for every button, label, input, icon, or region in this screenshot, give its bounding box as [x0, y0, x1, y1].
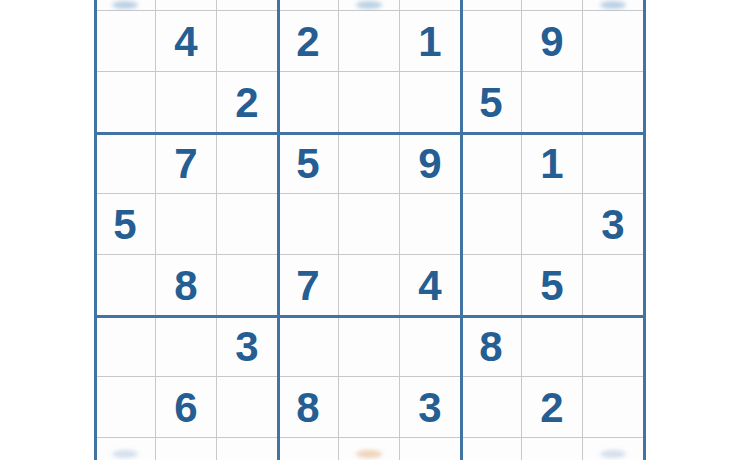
cell-r7c5[interactable]	[339, 316, 400, 377]
cell-r7c9[interactable]	[583, 316, 644, 377]
given-digit: 5	[540, 265, 563, 307]
box-border-hline	[95, 315, 644, 318]
cell-r1c6[interactable]	[400, 0, 461, 11]
cell-r8c5[interactable]	[339, 377, 400, 438]
cell-r9c6[interactable]	[400, 438, 461, 460]
given-digit: 5	[296, 143, 319, 185]
box-border-vline	[643, 0, 646, 460]
cell-r7c7[interactable]: 8	[461, 316, 522, 377]
cut-off-digit-fragment	[600, 1, 626, 9]
cell-r4c8[interactable]: 1	[522, 133, 583, 194]
cell-r8c6[interactable]: 3	[400, 377, 461, 438]
cell-r5c7[interactable]	[461, 194, 522, 255]
cut-off-digit-fragment	[112, 1, 138, 9]
cell-r3c6[interactable]	[400, 72, 461, 133]
cell-r9c3[interactable]	[217, 438, 278, 460]
cell-r8c1[interactable]	[95, 377, 156, 438]
cell-r5c1[interactable]: 5	[95, 194, 156, 255]
cell-r5c9[interactable]: 3	[583, 194, 644, 255]
cell-r1c3[interactable]	[217, 0, 278, 11]
cell-r6c3[interactable]	[217, 255, 278, 316]
cell-r7c6[interactable]	[400, 316, 461, 377]
given-digit: 7	[296, 265, 319, 307]
given-digit: 8	[296, 387, 319, 429]
cell-r4c1[interactable]	[95, 133, 156, 194]
cell-r6c1[interactable]	[95, 255, 156, 316]
given-digit: 3	[418, 387, 441, 429]
cell-r1c8[interactable]	[522, 0, 583, 11]
cell-r9c9[interactable]	[583, 438, 644, 460]
sudoku-board: 4219257591538745386832	[95, 0, 644, 460]
cell-r3c8[interactable]	[522, 72, 583, 133]
cell-r9c1[interactable]	[95, 438, 156, 460]
cell-r7c3[interactable]: 3	[217, 316, 278, 377]
box-border-vline	[277, 0, 280, 460]
given-digit: 2	[235, 82, 258, 124]
cut-off-digit-fragment	[600, 450, 626, 458]
cell-r3c1[interactable]	[95, 72, 156, 133]
given-digit: 9	[540, 21, 563, 63]
cell-r6c5[interactable]	[339, 255, 400, 316]
given-digit: 5	[113, 204, 136, 246]
cell-r8c4[interactable]: 8	[278, 377, 339, 438]
cell-r3c2[interactable]	[156, 72, 217, 133]
given-digit: 5	[479, 82, 502, 124]
cut-off-digit-fragment	[356, 450, 382, 458]
cell-r8c7[interactable]	[461, 377, 522, 438]
cell-r6c9[interactable]	[583, 255, 644, 316]
cell-r8c2[interactable]: 6	[156, 377, 217, 438]
sudoku-screen: 4219257591538745386832	[0, 0, 736, 460]
given-digit: 8	[174, 265, 197, 307]
box-border-vline	[94, 0, 97, 460]
cell-r3c7[interactable]: 5	[461, 72, 522, 133]
given-digit: 8	[479, 326, 502, 368]
cell-r6c8[interactable]: 5	[522, 255, 583, 316]
cell-r1c7[interactable]	[461, 0, 522, 11]
given-digit: 4	[174, 21, 197, 63]
cell-r7c2[interactable]	[156, 316, 217, 377]
cell-r8c9[interactable]	[583, 377, 644, 438]
cell-r6c2[interactable]: 8	[156, 255, 217, 316]
cell-r9c2[interactable]	[156, 438, 217, 460]
cell-r4c9[interactable]	[583, 133, 644, 194]
given-digit: 4	[418, 265, 441, 307]
cell-r1c1[interactable]	[95, 0, 156, 11]
cell-r1c9[interactable]	[583, 0, 644, 11]
given-digit: 9	[418, 143, 441, 185]
cell-r3c5[interactable]	[339, 72, 400, 133]
given-digit: 3	[601, 204, 624, 246]
cell-r5c5[interactable]	[339, 194, 400, 255]
given-digit: 3	[235, 326, 258, 368]
given-digit: 1	[418, 21, 441, 63]
cell-r6c7[interactable]	[461, 255, 522, 316]
cell-r2c2[interactable]: 4	[156, 11, 217, 72]
cell-r9c5[interactable]	[339, 438, 400, 460]
cell-r8c3[interactable]	[217, 377, 278, 438]
cut-off-digit-fragment	[112, 450, 138, 458]
cell-r6c4[interactable]: 7	[278, 255, 339, 316]
cell-r3c4[interactable]	[278, 72, 339, 133]
cell-r1c2[interactable]	[156, 0, 217, 11]
cell-r2c4[interactable]: 2	[278, 11, 339, 72]
given-digit: 2	[296, 21, 319, 63]
given-digit: 1	[540, 143, 563, 185]
box-border-hline	[95, 132, 644, 135]
cell-r7c4[interactable]	[278, 316, 339, 377]
cell-r4c4[interactable]: 5	[278, 133, 339, 194]
cut-off-digit-fragment	[356, 1, 382, 9]
given-digit: 6	[174, 387, 197, 429]
cell-r8c8[interactable]: 2	[522, 377, 583, 438]
cell-r2c3[interactable]	[217, 11, 278, 72]
cell-r2c1[interactable]	[95, 11, 156, 72]
cell-r4c3[interactable]	[217, 133, 278, 194]
cell-r5c6[interactable]	[400, 194, 461, 255]
cell-r7c8[interactable]	[522, 316, 583, 377]
cell-r5c3[interactable]	[217, 194, 278, 255]
given-digit: 7	[174, 143, 197, 185]
cell-r7c1[interactable]	[95, 316, 156, 377]
box-border-vline	[460, 0, 463, 460]
cell-r2c8[interactable]: 9	[522, 11, 583, 72]
cell-r2c6[interactable]: 1	[400, 11, 461, 72]
cell-r1c4[interactable]	[278, 0, 339, 11]
cell-r5c8[interactable]	[522, 194, 583, 255]
cell-r9c8[interactable]	[522, 438, 583, 460]
cell-r9c7[interactable]	[461, 438, 522, 460]
cell-r2c5[interactable]	[339, 11, 400, 72]
cell-r4c5[interactable]	[339, 133, 400, 194]
cell-r4c2[interactable]: 7	[156, 133, 217, 194]
given-digit: 2	[540, 387, 563, 429]
cell-r2c9[interactable]	[583, 11, 644, 72]
sudoku-grid: 4219257591538745386832	[95, 0, 644, 460]
cell-r4c7[interactable]	[461, 133, 522, 194]
cell-r5c2[interactable]	[156, 194, 217, 255]
cell-r2c7[interactable]	[461, 11, 522, 72]
cell-r3c9[interactable]	[583, 72, 644, 133]
cell-r3c3[interactable]: 2	[217, 72, 278, 133]
cell-r6c6[interactable]: 4	[400, 255, 461, 316]
cell-r4c6[interactable]: 9	[400, 133, 461, 194]
cell-r5c4[interactable]	[278, 194, 339, 255]
cell-r9c4[interactable]	[278, 438, 339, 460]
cell-r1c5[interactable]	[339, 0, 400, 11]
